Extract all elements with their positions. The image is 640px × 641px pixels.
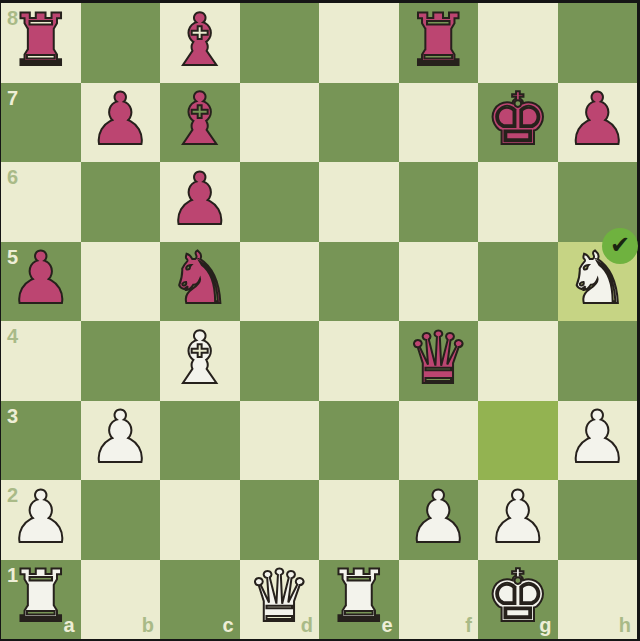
piece-white-pawn[interactable]: ♟ <box>406 481 471 553</box>
piece-white-pawn[interactable]: ♟ <box>88 401 153 473</box>
square-e3[interactable] <box>319 401 399 481</box>
square-d4[interactable] <box>240 321 320 401</box>
square-b3[interactable]: ♟ <box>81 401 161 481</box>
square-f7[interactable] <box>399 83 479 163</box>
square-h3[interactable]: ♟ <box>558 401 638 481</box>
square-d1[interactable]: d♛ <box>240 560 320 640</box>
square-f6[interactable] <box>399 162 479 242</box>
square-f1[interactable]: f <box>399 560 479 640</box>
square-a5[interactable]: 5♟ <box>1 242 81 322</box>
square-c8[interactable]: ♝ <box>160 3 240 83</box>
square-b6[interactable] <box>81 162 161 242</box>
square-g8[interactable] <box>478 3 558 83</box>
piece-white-bishop[interactable]: ♝ <box>167 322 232 394</box>
piece-black-queen[interactable]: ♛ <box>406 322 471 394</box>
square-f4[interactable]: ♛ <box>399 321 479 401</box>
square-e2[interactable] <box>319 480 399 560</box>
piece-white-rook[interactable]: ♜ <box>8 560 73 632</box>
square-b7[interactable]: ♟ <box>81 83 161 163</box>
square-a8[interactable]: 8♜ <box>1 3 81 83</box>
square-a1[interactable]: 1a♜ <box>1 560 81 640</box>
piece-black-bishop[interactable]: ♝ <box>167 83 232 155</box>
square-f3[interactable] <box>399 401 479 481</box>
file-label-f: f <box>465 615 472 635</box>
square-h7[interactable]: ♟ <box>558 83 638 163</box>
square-g2[interactable]: ♟ <box>478 480 558 560</box>
square-b5[interactable] <box>81 242 161 322</box>
square-d6[interactable] <box>240 162 320 242</box>
square-f8[interactable]: ♜ <box>399 3 479 83</box>
square-c5[interactable]: ♞ <box>160 242 240 322</box>
square-h1[interactable]: h <box>558 560 638 640</box>
square-g1[interactable]: g♚ <box>478 560 558 640</box>
square-h4[interactable] <box>558 321 638 401</box>
square-g5[interactable] <box>478 242 558 322</box>
rank-label-6: 6 <box>7 167 18 187</box>
piece-black-bishop[interactable]: ♝ <box>167 4 232 76</box>
square-d8[interactable] <box>240 3 320 83</box>
square-b8[interactable] <box>81 3 161 83</box>
piece-white-pawn[interactable]: ♟ <box>8 481 73 553</box>
piece-black-knight[interactable]: ♞ <box>167 242 232 314</box>
square-g3[interactable] <box>478 401 558 481</box>
square-b2[interactable] <box>81 480 161 560</box>
square-d2[interactable] <box>240 480 320 560</box>
square-e6[interactable] <box>319 162 399 242</box>
piece-black-pawn[interactable]: ♟ <box>565 83 630 155</box>
square-f2[interactable]: ♟ <box>399 480 479 560</box>
piece-white-pawn[interactable]: ♟ <box>565 401 630 473</box>
square-e5[interactable] <box>319 242 399 322</box>
square-g4[interactable] <box>478 321 558 401</box>
piece-black-pawn[interactable]: ♟ <box>88 83 153 155</box>
square-a2[interactable]: 2♟ <box>1 480 81 560</box>
square-e8[interactable] <box>319 3 399 83</box>
square-f5[interactable] <box>399 242 479 322</box>
square-b1[interactable]: b <box>81 560 161 640</box>
square-b4[interactable] <box>81 321 161 401</box>
piece-black-pawn[interactable]: ♟ <box>167 163 232 235</box>
square-g7[interactable]: ♚ <box>478 83 558 163</box>
square-a4[interactable]: 4 <box>1 321 81 401</box>
correct-move-badge: ✔ <box>602 228 638 264</box>
square-d3[interactable] <box>240 401 320 481</box>
square-e7[interactable] <box>319 83 399 163</box>
file-label-b: b <box>142 615 154 635</box>
square-a3[interactable]: 3 <box>1 401 81 481</box>
square-a7[interactable]: 7 <box>1 83 81 163</box>
square-e4[interactable] <box>319 321 399 401</box>
piece-white-pawn[interactable]: ♟ <box>485 481 550 553</box>
piece-black-king[interactable]: ♚ <box>485 83 550 155</box>
square-c3[interactable] <box>160 401 240 481</box>
rank-label-3: 3 <box>7 406 18 426</box>
square-c7[interactable]: ♝ <box>160 83 240 163</box>
square-g6[interactable] <box>478 162 558 242</box>
piece-white-queen[interactable]: ♛ <box>247 560 312 632</box>
file-label-h: h <box>619 615 631 635</box>
chess-board: 8♜♝♜7♟♝♚♟6♟5♟♞♞4♝♛3♟♟2♟♟♟1a♜bcd♛e♜fg♚h <box>1 3 637 639</box>
piece-black-pawn[interactable]: ♟ <box>8 242 73 314</box>
check-icon: ✔ <box>610 233 630 257</box>
square-c6[interactable]: ♟ <box>160 162 240 242</box>
piece-white-king[interactable]: ♚ <box>485 560 550 632</box>
square-c2[interactable] <box>160 480 240 560</box>
square-d5[interactable] <box>240 242 320 322</box>
piece-black-rook[interactable]: ♜ <box>406 4 471 76</box>
square-h2[interactable] <box>558 480 638 560</box>
square-h8[interactable] <box>558 3 638 83</box>
rank-label-4: 4 <box>7 326 18 346</box>
file-label-c: c <box>222 615 233 635</box>
square-e1[interactable]: e♜ <box>319 560 399 640</box>
chess-board-container: 8♜♝♜7♟♝♚♟6♟5♟♞♞4♝♛3♟♟2♟♟♟1a♜bcd♛e♜fg♚h ✔ <box>0 0 640 641</box>
rank-label-7: 7 <box>7 88 18 108</box>
square-c4[interactable]: ♝ <box>160 321 240 401</box>
piece-black-rook[interactable]: ♜ <box>8 4 73 76</box>
square-c1[interactable]: c <box>160 560 240 640</box>
square-a6[interactable]: 6 <box>1 162 81 242</box>
square-d7[interactable] <box>240 83 320 163</box>
piece-white-rook[interactable]: ♜ <box>326 560 391 632</box>
